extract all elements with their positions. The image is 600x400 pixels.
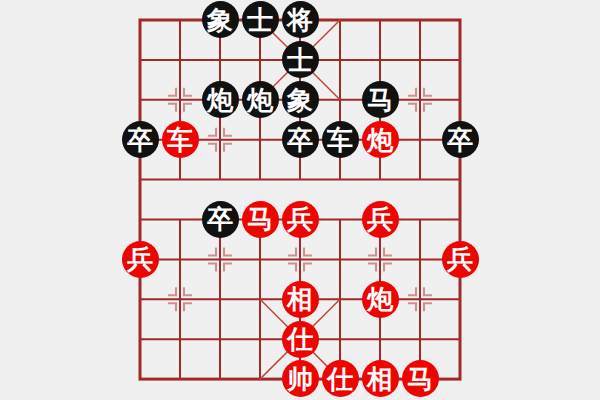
red-elephant[interactable]: 相	[362, 360, 399, 397]
red-king[interactable]: 帅	[282, 360, 319, 397]
black-king[interactable]: 将	[282, 1, 319, 38]
black-elephant[interactable]: 象	[202, 1, 239, 38]
red-horse[interactable]: 马	[402, 360, 439, 397]
red-chariot[interactable]: 车	[162, 121, 199, 158]
piece-layer: 象士将士炮炮象马卒车卒车炮卒卒马兵兵兵兵相炮仕帅仕相马	[120, 0, 480, 399]
black-soldier[interactable]: 卒	[442, 121, 479, 158]
black-cannon[interactable]: 炮	[242, 81, 279, 118]
black-soldier[interactable]: 卒	[282, 121, 319, 158]
black-soldier[interactable]: 卒	[202, 201, 239, 238]
black-advisor[interactable]: 士	[242, 1, 279, 38]
red-cannon[interactable]: 炮	[362, 121, 399, 158]
red-soldier[interactable]: 兵	[122, 241, 159, 278]
red-cannon[interactable]: 炮	[362, 281, 399, 318]
black-advisor[interactable]: 士	[282, 41, 319, 78]
red-advisor[interactable]: 仕	[282, 321, 319, 358]
red-advisor[interactable]: 仕	[322, 360, 359, 397]
red-elephant[interactable]: 相	[282, 281, 319, 318]
black-horse[interactable]: 马	[362, 81, 399, 118]
black-chariot[interactable]: 车	[322, 121, 359, 158]
xiangqi-board[interactable]: 象士将士炮炮象马卒车卒车炮卒卒马兵兵兵兵相炮仕帅仕相马	[0, 0, 600, 400]
red-soldier[interactable]: 兵	[442, 241, 479, 278]
black-soldier[interactable]: 卒	[122, 121, 159, 158]
black-elephant[interactable]: 象	[282, 81, 319, 118]
red-horse[interactable]: 马	[242, 201, 279, 238]
red-soldier[interactable]: 兵	[282, 201, 319, 238]
black-cannon[interactable]: 炮	[202, 81, 239, 118]
red-soldier[interactable]: 兵	[362, 201, 399, 238]
